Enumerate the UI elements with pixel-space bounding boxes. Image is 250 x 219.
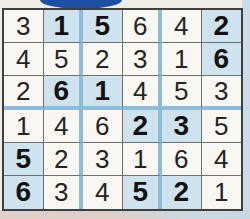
- cell-r1c2: 1: [44, 10, 84, 43]
- cell-r1c4: 6: [123, 10, 163, 43]
- cell-r4c5: 3: [162, 110, 202, 143]
- cell-r4c3: 6: [83, 110, 123, 143]
- cell-r5c6: 4: [202, 143, 242, 176]
- cell-r2c5: 1: [162, 43, 202, 76]
- page-background: 315642452316261453146235523164634521: [0, 0, 250, 219]
- cell-r3c2: 6: [44, 76, 84, 109]
- right-margin-strip: [242, 0, 250, 219]
- cell-r6c3: 4: [83, 176, 123, 209]
- cell-r3c1: 2: [4, 76, 44, 109]
- cell-r2c1: 4: [4, 43, 44, 76]
- cell-r6c4: 5: [123, 176, 163, 209]
- cell-r3c6: 3: [202, 76, 242, 109]
- cell-r1c3: 5: [83, 10, 123, 43]
- cell-r3c3: 1: [83, 76, 123, 109]
- bottom-margin-strip: [0, 210, 250, 219]
- cell-r2c4: 3: [123, 43, 163, 76]
- cell-r2c6: 6: [202, 43, 242, 76]
- cell-r4c6: 5: [202, 110, 242, 143]
- cell-r5c1: 5: [4, 143, 44, 176]
- cell-r4c2: 4: [44, 110, 84, 143]
- cell-r5c5: 6: [162, 143, 202, 176]
- cell-r2c3: 2: [83, 43, 123, 76]
- cell-r6c2: 3: [44, 176, 84, 209]
- cell-r1c6: 2: [202, 10, 242, 43]
- cell-r1c1: 3: [4, 10, 44, 43]
- sudoku-board: 315642452316261453146235523164634521: [2, 8, 243, 211]
- cell-r5c4: 1: [123, 143, 163, 176]
- cell-r5c3: 3: [83, 143, 123, 176]
- cell-r5c2: 2: [44, 143, 84, 176]
- cell-r4c1: 1: [4, 110, 44, 143]
- cell-r2c2: 5: [44, 43, 84, 76]
- cell-r1c5: 4: [162, 10, 202, 43]
- cell-r3c5: 5: [162, 76, 202, 109]
- cell-r6c6: 1: [202, 176, 242, 209]
- cell-r3c4: 4: [123, 76, 163, 109]
- cell-r6c5: 2: [162, 176, 202, 209]
- cell-r6c1: 6: [4, 176, 44, 209]
- cell-r4c4: 2: [123, 110, 163, 143]
